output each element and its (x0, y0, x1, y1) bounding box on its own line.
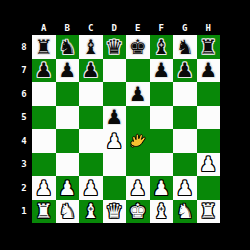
square-b7[interactable]: ♟ (56, 59, 80, 83)
rank-label-6: 6 (18, 82, 30, 106)
square-g2[interactable]: ♟ (173, 176, 197, 200)
square-d3[interactable] (103, 153, 127, 177)
square-a1[interactable]: ♜ (32, 200, 56, 224)
piece-black-king: ♚ (129, 37, 147, 57)
square-e2[interactable]: ♟ (126, 176, 150, 200)
square-g6[interactable] (173, 82, 197, 106)
square-h3[interactable]: ♟ (197, 153, 221, 177)
square-d5[interactable]: ♟ (103, 106, 127, 130)
square-c7[interactable]: ♟ (79, 59, 103, 83)
piece-black-pawn: ♟ (152, 60, 170, 80)
piece-white-king: ♚ (129, 201, 147, 221)
rank-label-1: 1 (18, 200, 30, 224)
game-screen: ABCDEFGH 87654321 ♜♞♝♛♚♝♞♜♟♟♟♟♟♟♟♟♟♟♟♟♟♟… (0, 0, 250, 250)
square-c8[interactable]: ♝ (79, 35, 103, 59)
square-a3[interactable] (32, 153, 56, 177)
rank-label-8: 8 (18, 35, 30, 59)
piece-white-pawn: ♟ (152, 178, 170, 198)
piece-black-knight: ♞ (58, 37, 76, 57)
piece-black-pawn: ♟ (35, 60, 53, 80)
square-g7[interactable]: ♟ (173, 59, 197, 83)
square-b8[interactable]: ♞ (56, 35, 80, 59)
piece-black-pawn: ♟ (176, 60, 194, 80)
piece-black-rook: ♜ (199, 37, 217, 57)
square-g8[interactable]: ♞ (173, 35, 197, 59)
square-c5[interactable] (79, 106, 103, 130)
square-f2[interactable]: ♟ (150, 176, 174, 200)
piece-black-pawn: ♟ (105, 107, 123, 127)
piece-white-knight: ♞ (176, 201, 194, 221)
square-b4[interactable] (56, 129, 80, 153)
square-d8[interactable]: ♛ (103, 35, 127, 59)
square-f4[interactable] (150, 129, 174, 153)
square-f8[interactable]: ♝ (150, 35, 174, 59)
square-e1[interactable]: ♚ (126, 200, 150, 224)
square-a4[interactable] (32, 129, 56, 153)
chess-board: ♜♞♝♛♚♝♞♜♟♟♟♟♟♟♟♟♟♟♟♟♟♟♟♟♜♞♝♛♚♝♞♜ (32, 35, 220, 223)
file-label-e: E (126, 22, 150, 34)
rank-label-4: 4 (18, 129, 30, 153)
square-b3[interactable] (56, 153, 80, 177)
square-a7[interactable]: ♟ (32, 59, 56, 83)
rank-labels: 87654321 (18, 35, 30, 223)
piece-white-rook: ♜ (35, 201, 53, 221)
square-f6[interactable] (150, 82, 174, 106)
file-label-h: H (197, 22, 221, 34)
file-label-d: D (103, 22, 127, 34)
square-f3[interactable] (150, 153, 174, 177)
square-e5[interactable] (126, 106, 150, 130)
rank-label-5: 5 (18, 106, 30, 130)
piece-white-pawn: ♟ (35, 178, 53, 198)
piece-white-pawn: ♟ (58, 178, 76, 198)
rank-label-3: 3 (18, 153, 30, 177)
piece-black-pawn: ♟ (199, 60, 217, 80)
piece-white-pawn: ♟ (129, 178, 147, 198)
square-c2[interactable]: ♟ (79, 176, 103, 200)
square-b1[interactable]: ♞ (56, 200, 80, 224)
square-a2[interactable]: ♟ (32, 176, 56, 200)
piece-black-knight: ♞ (176, 37, 194, 57)
piece-white-pawn: ♟ (82, 178, 100, 198)
piece-black-bishop: ♝ (82, 37, 100, 57)
square-g3[interactable] (173, 153, 197, 177)
piece-white-queen: ♛ (105, 201, 123, 221)
piece-white-pawn: ♟ (176, 178, 194, 198)
square-h8[interactable]: ♜ (197, 35, 221, 59)
piece-white-bishop: ♝ (82, 201, 100, 221)
piece-black-queen: ♛ (105, 37, 123, 57)
file-label-c: C (79, 22, 103, 34)
square-f7[interactable]: ♟ (150, 59, 174, 83)
square-h7[interactable]: ♟ (197, 59, 221, 83)
square-a6[interactable] (32, 82, 56, 106)
rank-label-2: 2 (18, 176, 30, 200)
piece-white-pawn: ♟ (199, 154, 217, 174)
rank-label-7: 7 (18, 59, 30, 83)
piece-white-bishop: ♝ (152, 201, 170, 221)
square-d6[interactable] (103, 82, 127, 106)
square-c4[interactable] (79, 129, 103, 153)
square-a5[interactable] (32, 106, 56, 130)
piece-white-rook: ♜ (199, 201, 217, 221)
square-f1[interactable]: ♝ (150, 200, 174, 224)
square-g4[interactable] (173, 129, 197, 153)
square-d7[interactable] (103, 59, 127, 83)
square-e4[interactable] (126, 129, 150, 153)
square-e7[interactable] (126, 59, 150, 83)
square-e6[interactable]: ♟ (126, 82, 150, 106)
square-h4[interactable] (197, 129, 221, 153)
square-f5[interactable] (150, 106, 174, 130)
square-c3[interactable] (79, 153, 103, 177)
file-label-a: A (32, 22, 56, 34)
square-e8[interactable]: ♚ (126, 35, 150, 59)
piece-black-pawn: ♟ (58, 60, 76, 80)
piece-black-pawn: ♟ (82, 60, 100, 80)
square-b6[interactable] (56, 82, 80, 106)
file-label-f: F (150, 22, 174, 34)
square-b5[interactable] (56, 106, 80, 130)
square-c6[interactable] (79, 82, 103, 106)
square-g5[interactable] (173, 106, 197, 130)
square-g1[interactable]: ♞ (173, 200, 197, 224)
square-h6[interactable] (197, 82, 221, 106)
square-b2[interactable]: ♟ (56, 176, 80, 200)
piece-black-rook: ♜ (35, 37, 53, 57)
square-c1[interactable]: ♝ (79, 200, 103, 224)
piece-black-bishop: ♝ (152, 37, 170, 57)
square-d2[interactable] (103, 176, 127, 200)
square-e3[interactable] (126, 153, 150, 177)
piece-white-pawn: ♟ (105, 131, 123, 151)
square-a8[interactable]: ♜ (32, 35, 56, 59)
piece-black-pawn: ♟ (129, 84, 147, 104)
piece-white-knight: ♞ (58, 201, 76, 221)
file-label-g: G (173, 22, 197, 34)
square-d1[interactable]: ♛ (103, 200, 127, 224)
hand-cursor-icon (127, 130, 148, 151)
file-labels: ABCDEFGH (32, 22, 220, 34)
square-d4[interactable]: ♟ (103, 129, 127, 153)
square-h5[interactable] (197, 106, 221, 130)
square-h2[interactable] (197, 176, 221, 200)
file-label-b: B (56, 22, 80, 34)
square-h1[interactable]: ♜ (197, 200, 221, 224)
